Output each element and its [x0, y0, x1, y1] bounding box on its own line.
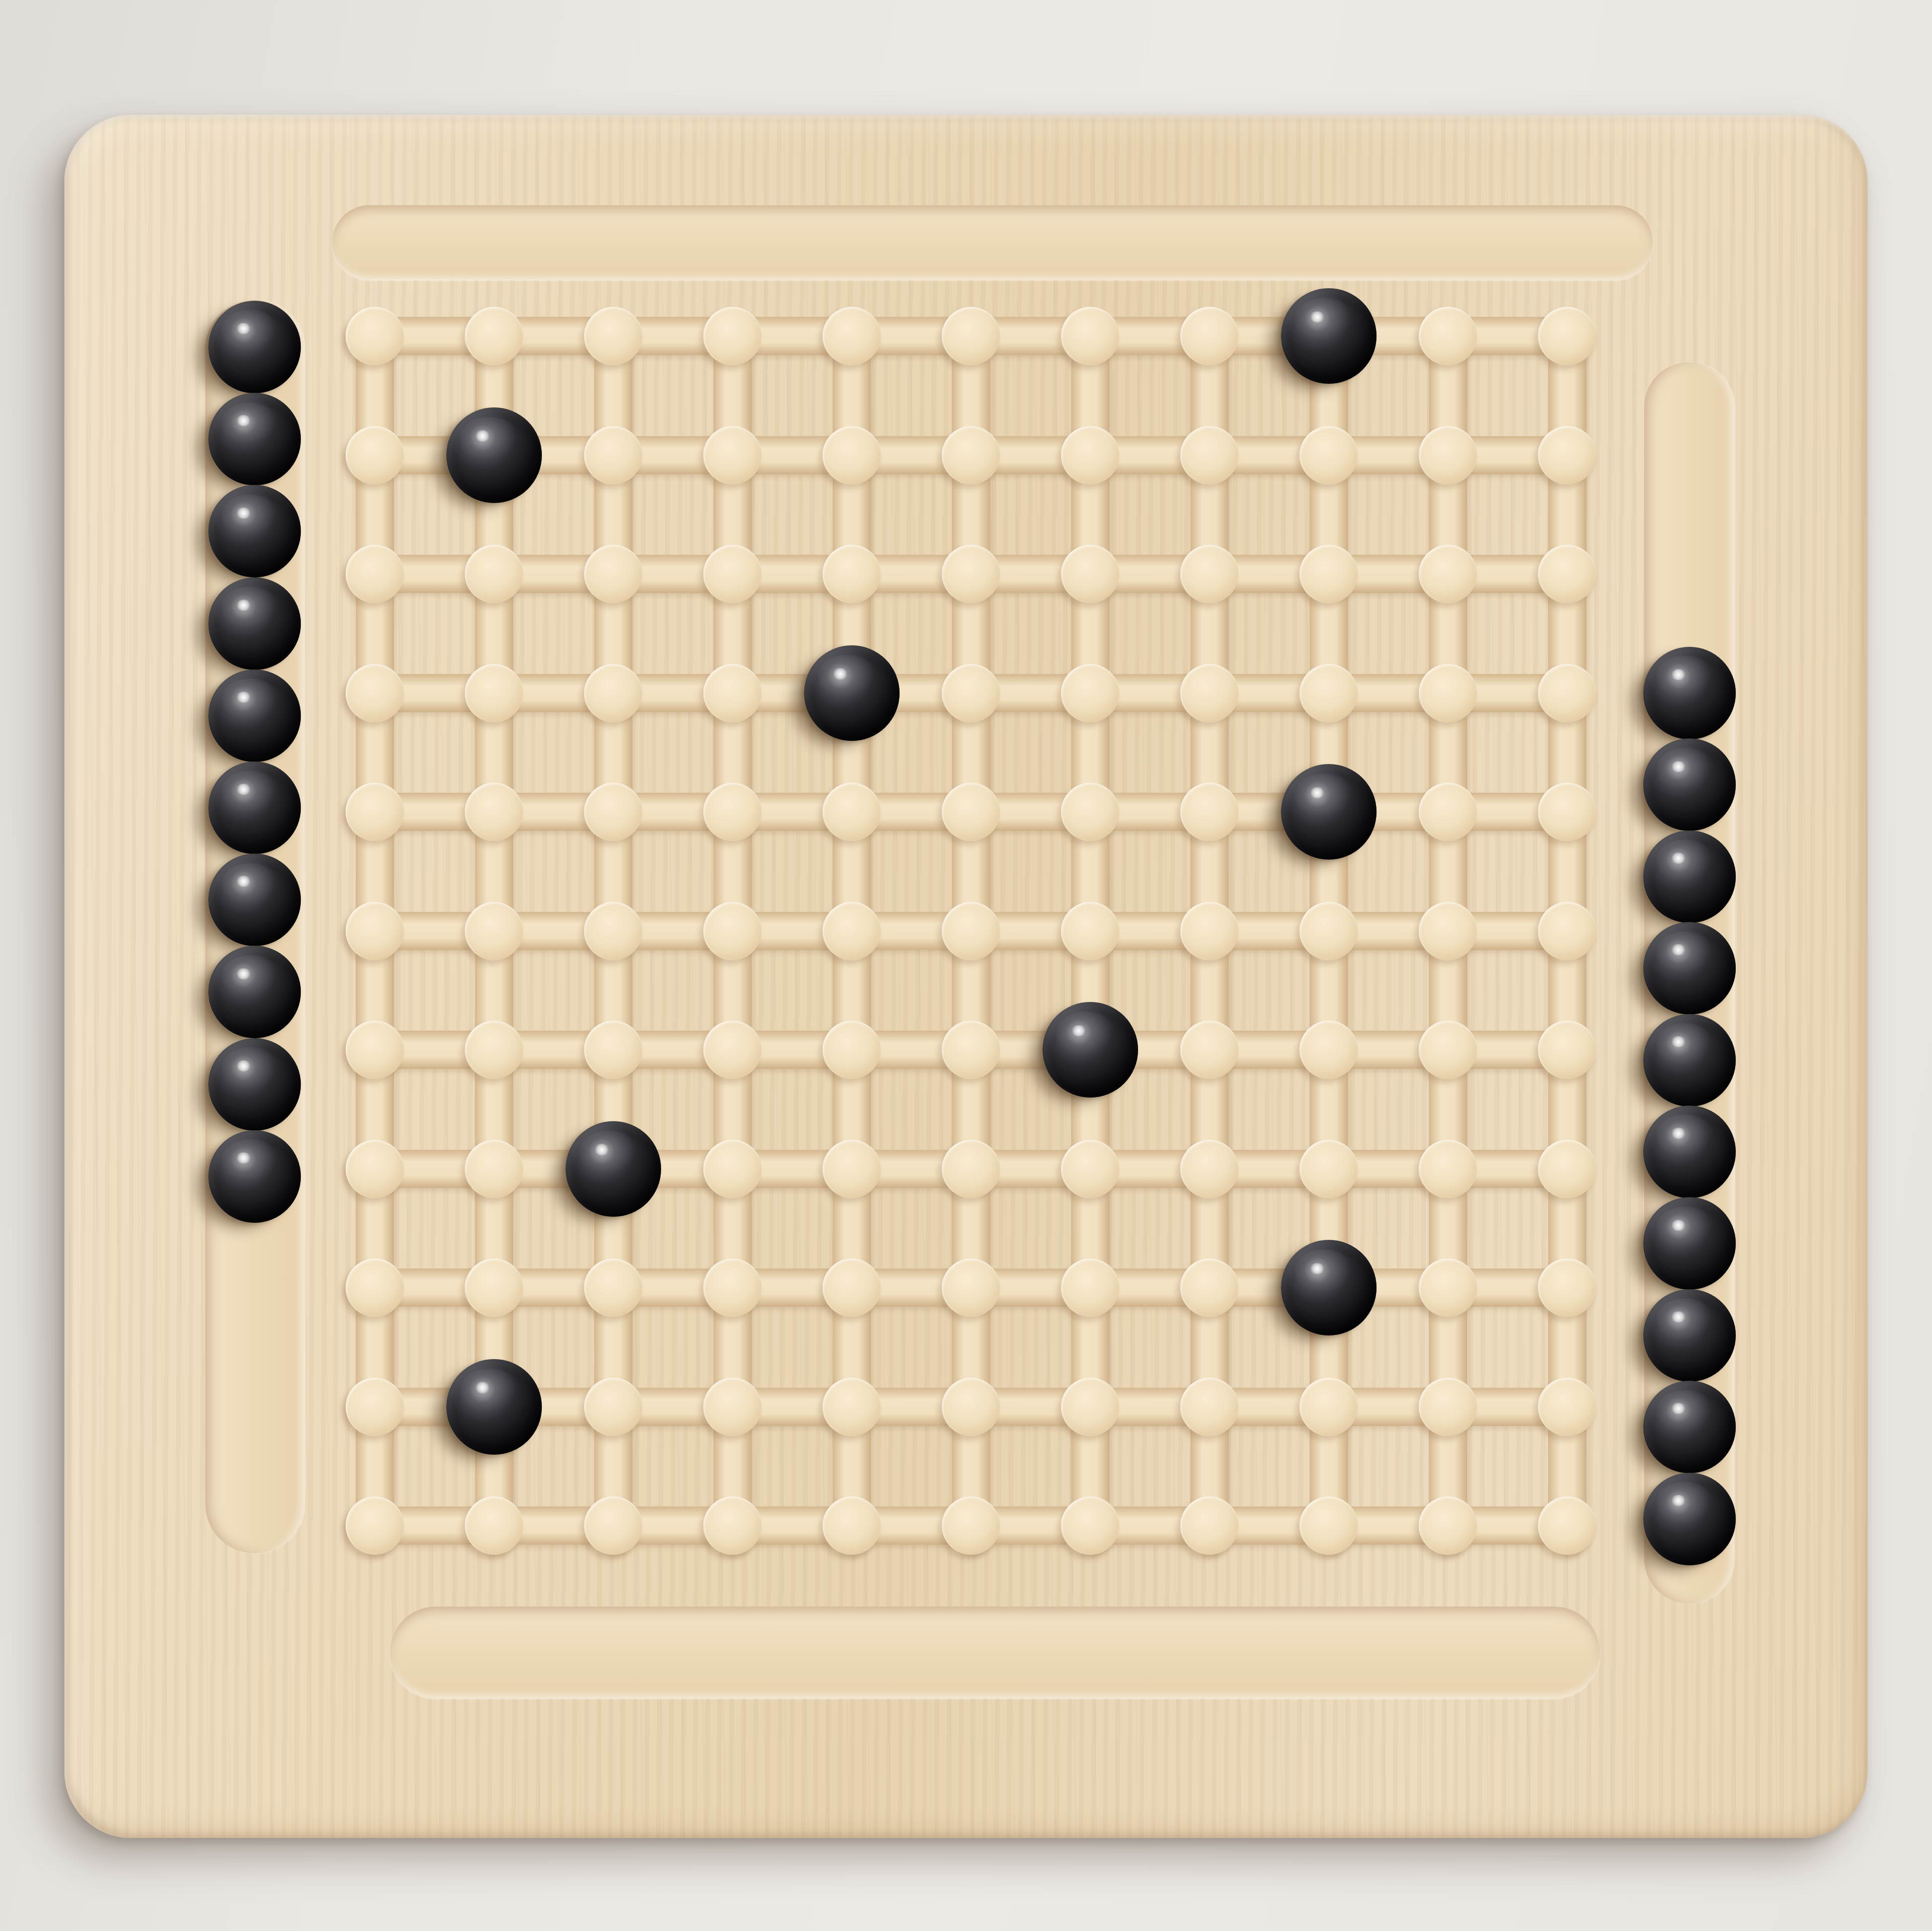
intersection-bump [1180, 1378, 1239, 1436]
intersection-bump [1061, 307, 1119, 365]
intersection-bump [1300, 1378, 1358, 1436]
intersection-bump [346, 426, 404, 484]
intersection-bump [703, 783, 762, 841]
intersection-bump [1419, 1496, 1477, 1555]
intersection-bump [823, 1140, 881, 1198]
tray-marble[interactable] [208, 946, 301, 1038]
tray-marble[interactable] [1643, 647, 1736, 739]
intersection-bump [584, 664, 642, 722]
intersection-bump [346, 307, 404, 365]
intersection-bump [465, 545, 523, 603]
intersection-bump [823, 426, 881, 484]
intersection-bump [346, 1378, 404, 1436]
intersection-bump [1180, 664, 1239, 722]
intersection-bump [1061, 902, 1119, 960]
intersection-bump [703, 1496, 762, 1555]
intersection-bump [823, 1496, 881, 1555]
tray-marble[interactable] [208, 854, 301, 946]
intersection-bump [1419, 426, 1477, 484]
intersection-bump [1180, 1258, 1239, 1317]
intersection-bump [823, 307, 881, 365]
intersection-bump [1300, 902, 1358, 960]
tray-marble[interactable] [208, 1038, 301, 1131]
tray-marble[interactable] [1643, 1197, 1736, 1290]
tray-marble[interactable] [208, 669, 301, 762]
tray-marble[interactable] [1643, 1473, 1736, 1565]
intersection-bump [703, 664, 762, 722]
intersection-bump [1419, 307, 1477, 365]
intersection-bump [1419, 902, 1477, 960]
intersection-bump [1061, 1378, 1119, 1436]
intersection-bump [346, 1021, 404, 1079]
tray-marble[interactable] [1643, 1381, 1736, 1473]
intersection-bump [584, 545, 642, 603]
tray-marble[interactable] [1643, 1014, 1736, 1107]
intersection-bump [1180, 783, 1239, 841]
intersection-bump [346, 1496, 404, 1555]
intersection-bump [942, 1258, 1000, 1317]
intersection-bump [1538, 902, 1596, 960]
intersection-bump [703, 1378, 762, 1436]
intersection-bump [465, 1140, 523, 1198]
intersection-bump [1061, 664, 1119, 722]
intersection-bump [1419, 1140, 1477, 1198]
photo-stage [0, 0, 1932, 1931]
black-marble[interactable] [446, 407, 542, 503]
intersection-bump [465, 783, 523, 841]
intersection-bump [1300, 1021, 1358, 1079]
tray-marble[interactable] [208, 393, 301, 485]
intersection-bump [346, 902, 404, 960]
intersection-bump [1538, 426, 1596, 484]
intersection-bump [703, 307, 762, 365]
intersection-bump [465, 307, 523, 365]
intersection-bump [346, 545, 404, 603]
intersection-bump [823, 902, 881, 960]
intersection-bump [703, 545, 762, 603]
intersection-bump [1538, 307, 1596, 365]
intersection-bump [1180, 307, 1239, 365]
intersection-bump [1419, 1258, 1477, 1317]
tray-marble[interactable] [1643, 1106, 1736, 1198]
intersection-bump [1538, 1496, 1596, 1555]
intersection-bump [942, 426, 1000, 484]
intersection-bump [703, 1140, 762, 1198]
intersection-bump [1419, 1021, 1477, 1079]
intersection-bump [1538, 1378, 1596, 1436]
intersection-bump [465, 902, 523, 960]
intersection-bump [1061, 1496, 1119, 1555]
tray-marble[interactable] [208, 301, 301, 393]
intersection-bump [1538, 783, 1596, 841]
intersection-bump [1180, 545, 1239, 603]
intersection-bump [1419, 783, 1477, 841]
intersection-bump [584, 1496, 642, 1555]
intersection-bump [1180, 1021, 1239, 1079]
black-marble[interactable] [1281, 764, 1377, 860]
intersection-bump [1061, 426, 1119, 484]
intersection-bump [703, 426, 762, 484]
black-marble[interactable] [804, 645, 900, 741]
intersection-bump [942, 1378, 1000, 1436]
intersection-bump [1538, 1140, 1596, 1198]
black-marble[interactable] [1281, 1240, 1377, 1335]
tray-marble[interactable] [1643, 738, 1736, 831]
intersection-bump [1061, 1140, 1119, 1198]
intersection-bump [1419, 1378, 1477, 1436]
intersection-bump [346, 1258, 404, 1317]
intersection-bump [942, 545, 1000, 603]
intersection-bump [823, 1021, 881, 1079]
intersection-bump [823, 783, 881, 841]
intersection-bump [1300, 545, 1358, 603]
intersection-bump [1180, 902, 1239, 960]
intersection-bump [942, 1140, 1000, 1198]
intersection-bump [942, 1496, 1000, 1555]
intersection-bump [703, 1258, 762, 1317]
intersection-bump [465, 1021, 523, 1079]
intersection-bump [823, 1258, 881, 1317]
intersection-bump [1061, 783, 1119, 841]
intersection-bump [1538, 1021, 1596, 1079]
intersection-bump [1061, 545, 1119, 603]
intersection-bump [1180, 1140, 1239, 1198]
intersection-bump [346, 664, 404, 722]
intersection-bump [1419, 664, 1477, 722]
intersection-bump [1538, 1258, 1596, 1317]
intersection-bump [1300, 1140, 1358, 1198]
intersection-bump [942, 664, 1000, 722]
intersection-bump [584, 902, 642, 960]
tray-marble[interactable] [1643, 830, 1736, 923]
intersection-bump [584, 426, 642, 484]
black-marble[interactable] [446, 1359, 542, 1455]
black-marble[interactable] [1042, 1002, 1138, 1098]
intersection-bump [584, 307, 642, 365]
intersection-bump [1300, 664, 1358, 722]
intersection-bump [1180, 1496, 1239, 1555]
intersection-bump [942, 783, 1000, 841]
intersection-bump [823, 545, 881, 603]
intersection-bump [1538, 664, 1596, 722]
intersection-bump [942, 1021, 1000, 1079]
intersection-bump [465, 664, 523, 722]
intersection-bump [823, 1378, 881, 1436]
black-marble[interactable] [1281, 288, 1377, 384]
intersection-bump [584, 1258, 642, 1317]
intersection-bump [1300, 1496, 1358, 1555]
intersection-bump [703, 1021, 762, 1079]
intersection-bump [584, 1021, 642, 1079]
intersection-bump [584, 783, 642, 841]
intersection-bump [942, 902, 1000, 960]
tray-marble[interactable] [208, 1130, 301, 1223]
tray-marble[interactable] [208, 577, 301, 670]
intersection-bump [346, 783, 404, 841]
intersection-bump [465, 1258, 523, 1317]
intersection-bump [1180, 426, 1239, 484]
intersection-bump [1061, 1258, 1119, 1317]
tray-marble[interactable] [1643, 922, 1736, 1015]
intersection-bump [1538, 545, 1596, 603]
intersection-bump [942, 307, 1000, 365]
intersection-bump [1419, 545, 1477, 603]
grid [0, 0, 1932, 1931]
intersection-bump [1300, 426, 1358, 484]
intersection-bump [584, 1378, 642, 1436]
tray-marble[interactable] [208, 762, 301, 854]
intersection-bump [703, 902, 762, 960]
intersection-bump [465, 1496, 523, 1555]
tray-marble[interactable] [208, 485, 301, 577]
black-marble[interactable] [566, 1121, 661, 1217]
intersection-bump [346, 1140, 404, 1198]
tray-marble[interactable] [1643, 1289, 1736, 1382]
